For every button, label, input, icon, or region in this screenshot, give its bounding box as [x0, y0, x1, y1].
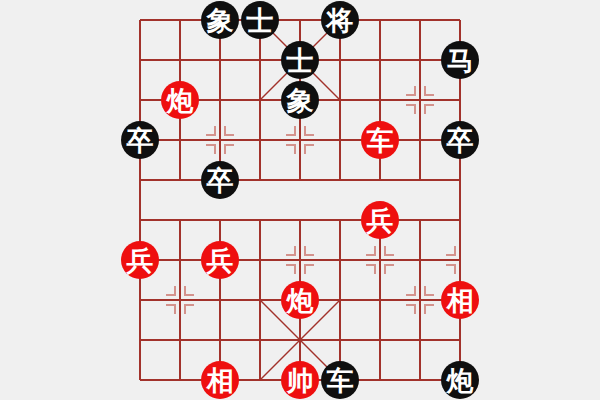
piece-black-general[interactable]: 将 [321, 1, 359, 39]
piece-black-cannon[interactable]: 炮 [441, 361, 479, 399]
piece-red-soldier[interactable]: 兵 [201, 241, 239, 279]
piece-black-soldier[interactable]: 卒 [121, 121, 159, 159]
piece-red-cannon[interactable]: 炮 [161, 81, 199, 119]
piece-red-soldier[interactable]: 兵 [361, 201, 399, 239]
pieces-layer: 象士将士马炮象卒车卒卒兵兵兵炮相相帅车炮 [120, 0, 480, 400]
piece-red-elephant[interactable]: 相 [201, 361, 239, 399]
piece-red-elephant[interactable]: 相 [441, 281, 479, 319]
piece-red-cannon[interactable]: 炮 [281, 281, 319, 319]
piece-black-elephant[interactable]: 象 [201, 1, 239, 39]
piece-black-horse[interactable]: 马 [441, 41, 479, 79]
piece-black-chariot[interactable]: 车 [321, 361, 359, 399]
piece-black-advisor[interactable]: 士 [281, 41, 319, 79]
piece-red-general[interactable]: 帅 [281, 361, 319, 399]
piece-black-soldier[interactable]: 卒 [441, 121, 479, 159]
piece-black-elephant[interactable]: 象 [281, 81, 319, 119]
piece-black-soldier[interactable]: 卒 [201, 161, 239, 199]
piece-black-advisor[interactable]: 士 [241, 1, 279, 39]
piece-red-chariot[interactable]: 车 [361, 121, 399, 159]
piece-red-soldier[interactable]: 兵 [121, 241, 159, 279]
xiangqi-board: 象士将士马炮象卒车卒卒兵兵兵炮相相帅车炮 [0, 0, 600, 400]
